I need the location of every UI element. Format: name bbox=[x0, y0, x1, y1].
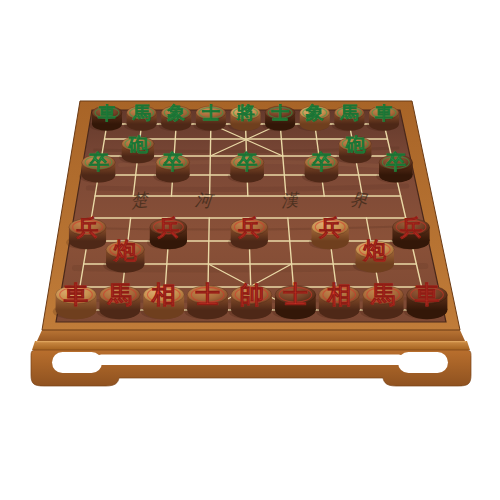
piece-char: 馬 bbox=[107, 280, 132, 309]
piece-char: 士 bbox=[270, 102, 289, 123]
piece-char: 將 bbox=[236, 102, 255, 123]
piece-char: 帥 bbox=[239, 280, 263, 309]
piece-char: 砲 bbox=[127, 133, 149, 156]
piece-char: 馬 bbox=[132, 102, 151, 123]
product-photo: 楚河漢界車馬象士將士象馬車砲砲卒卒卒卒卒兵兵兵兵兵炮炮車馬相士帥士相馬車 bbox=[0, 0, 500, 500]
molding bbox=[32, 341, 470, 350]
piece-char: 兵 bbox=[156, 214, 179, 240]
piece-char: 炮 bbox=[113, 237, 138, 263]
piece-char: 象 bbox=[166, 102, 185, 123]
piece-char: 士 bbox=[201, 102, 220, 123]
piece-char: 車 bbox=[374, 102, 393, 123]
piece-char: 兵 bbox=[237, 214, 260, 240]
piece-char: 相 bbox=[326, 280, 351, 309]
piece-char: 卒 bbox=[162, 150, 183, 174]
piece-char: 馬 bbox=[339, 102, 358, 123]
piece-char: 炮 bbox=[362, 237, 387, 263]
piece-char: 士 bbox=[194, 280, 219, 309]
piece-char: 兵 bbox=[75, 214, 98, 240]
piece-char: 兵 bbox=[318, 214, 341, 240]
piece-char: 卒 bbox=[385, 150, 406, 174]
xiangqi-table: 楚河漢界車馬象士將士象馬車砲砲卒卒卒卒卒兵兵兵兵兵炮炮車馬相士帥士相馬車 bbox=[0, 0, 500, 500]
piece-char: 卒 bbox=[87, 150, 108, 174]
piece-char: 兵 bbox=[399, 214, 422, 240]
piece-char: 車 bbox=[97, 102, 116, 123]
table-base bbox=[31, 330, 471, 386]
piece-char: 卒 bbox=[310, 150, 331, 174]
piece-char: 卒 bbox=[236, 150, 257, 174]
cutout-right bbox=[398, 352, 448, 373]
piece-char: 馬 bbox=[370, 280, 395, 309]
piece-char: 車 bbox=[414, 280, 439, 309]
piece-char: 象 bbox=[305, 102, 324, 123]
cutout-left bbox=[52, 352, 102, 373]
piece-char: 車 bbox=[63, 280, 88, 309]
piece-char: 砲 bbox=[344, 133, 366, 156]
piece-char: 士 bbox=[282, 280, 307, 309]
xiangqi-table-svg: 楚河漢界車馬象士將士象馬車砲砲卒卒卒卒卒兵兵兵兵兵炮炮車馬相士帥士相馬車 bbox=[0, 0, 500, 500]
piece-char: 相 bbox=[151, 280, 176, 309]
tabletop-edge bbox=[37, 330, 465, 341]
cutout-slot bbox=[96, 355, 404, 366]
